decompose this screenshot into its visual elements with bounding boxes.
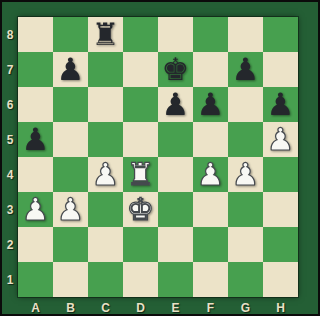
square-h2[interactable] (263, 227, 298, 262)
square-b3[interactable]: ♟ (53, 192, 88, 227)
white-pawn: ♟ (57, 192, 85, 227)
square-e7[interactable]: ♚ (158, 52, 193, 87)
chess-board: ♜♟♚♟♟♟♟♟♟♟♜♟♟♟♟♚ (18, 17, 298, 297)
file-label-e: E (158, 299, 193, 316)
square-h1[interactable] (263, 262, 298, 297)
rank-label-3: 3 (2, 192, 18, 227)
square-a8[interactable] (18, 17, 53, 52)
square-d6[interactable] (123, 87, 158, 122)
rank-label-8: 8 (2, 17, 18, 52)
square-g8[interactable] (228, 17, 263, 52)
square-c4[interactable]: ♟ (88, 157, 123, 192)
file-label-a: A (18, 299, 53, 316)
square-c3[interactable] (88, 192, 123, 227)
rank-label-7: 7 (2, 52, 18, 87)
black-pawn: ♟ (197, 87, 225, 122)
square-f6[interactable]: ♟ (193, 87, 228, 122)
square-f3[interactable] (193, 192, 228, 227)
square-c1[interactable] (88, 262, 123, 297)
file-label-b: B (53, 299, 88, 316)
square-b7[interactable]: ♟ (53, 52, 88, 87)
square-g1[interactable] (228, 262, 263, 297)
square-g7[interactable]: ♟ (228, 52, 263, 87)
square-e4[interactable] (158, 157, 193, 192)
square-c7[interactable] (88, 52, 123, 87)
square-d4[interactable]: ♜ (123, 157, 158, 192)
square-g2[interactable] (228, 227, 263, 262)
white-pawn: ♟ (267, 122, 295, 157)
square-b8[interactable] (53, 17, 88, 52)
square-f7[interactable] (193, 52, 228, 87)
square-e1[interactable] (158, 262, 193, 297)
square-g5[interactable] (228, 122, 263, 157)
white-pawn: ♟ (22, 192, 50, 227)
square-b2[interactable] (53, 227, 88, 262)
white-pawn: ♟ (232, 157, 260, 192)
rank-label-4: 4 (2, 157, 18, 192)
square-e3[interactable] (158, 192, 193, 227)
square-e5[interactable] (158, 122, 193, 157)
square-d7[interactable] (123, 52, 158, 87)
square-h5[interactable]: ♟ (263, 122, 298, 157)
square-d2[interactable] (123, 227, 158, 262)
rank-label-6: 6 (2, 87, 18, 122)
square-g6[interactable] (228, 87, 263, 122)
rank-label-5: 5 (2, 122, 18, 157)
square-a4[interactable] (18, 157, 53, 192)
black-king: ♚ (162, 52, 190, 87)
square-h4[interactable] (263, 157, 298, 192)
square-c8[interactable]: ♜ (88, 17, 123, 52)
file-label-c: C (88, 299, 123, 316)
rank-labels: 87654321 (2, 17, 18, 297)
rank-label-2: 2 (2, 227, 18, 262)
square-f1[interactable] (193, 262, 228, 297)
square-a1[interactable] (18, 262, 53, 297)
file-label-f: F (193, 299, 228, 316)
square-g3[interactable] (228, 192, 263, 227)
square-f8[interactable] (193, 17, 228, 52)
square-b1[interactable] (53, 262, 88, 297)
file-label-h: H (263, 299, 298, 316)
square-h8[interactable] (263, 17, 298, 52)
square-a5[interactable]: ♟ (18, 122, 53, 157)
square-f2[interactable] (193, 227, 228, 262)
black-rook: ♜ (92, 17, 120, 52)
black-pawn: ♟ (22, 122, 50, 157)
rank-label-1: 1 (2, 262, 18, 297)
square-h7[interactable] (263, 52, 298, 87)
square-b5[interactable] (53, 122, 88, 157)
white-king: ♚ (127, 192, 155, 227)
square-e2[interactable] (158, 227, 193, 262)
black-pawn: ♟ (267, 87, 295, 122)
file-labels: ABCDEFGH (18, 299, 298, 316)
square-c5[interactable] (88, 122, 123, 157)
square-d1[interactable] (123, 262, 158, 297)
square-d5[interactable] (123, 122, 158, 157)
square-g4[interactable]: ♟ (228, 157, 263, 192)
square-d8[interactable] (123, 17, 158, 52)
file-label-g: G (228, 299, 263, 316)
square-e8[interactable] (158, 17, 193, 52)
square-f5[interactable] (193, 122, 228, 157)
white-pawn: ♟ (197, 157, 225, 192)
square-b4[interactable] (53, 157, 88, 192)
black-pawn: ♟ (162, 87, 190, 122)
square-d3[interactable]: ♚ (123, 192, 158, 227)
square-e6[interactable]: ♟ (158, 87, 193, 122)
square-h3[interactable] (263, 192, 298, 227)
square-a3[interactable]: ♟ (18, 192, 53, 227)
square-a7[interactable] (18, 52, 53, 87)
white-rook: ♜ (127, 157, 155, 192)
square-b6[interactable] (53, 87, 88, 122)
black-pawn: ♟ (57, 52, 85, 87)
square-a6[interactable] (18, 87, 53, 122)
square-c2[interactable] (88, 227, 123, 262)
square-h6[interactable]: ♟ (263, 87, 298, 122)
square-c6[interactable] (88, 87, 123, 122)
white-pawn: ♟ (92, 157, 120, 192)
square-a2[interactable] (18, 227, 53, 262)
black-pawn: ♟ (232, 52, 260, 87)
chess-diagram: 87654321 ♜♟♚♟♟♟♟♟♟♟♜♟♟♟♟♚ ABCDEFGH (0, 0, 320, 316)
file-label-d: D (123, 299, 158, 316)
square-f4[interactable]: ♟ (193, 157, 228, 192)
